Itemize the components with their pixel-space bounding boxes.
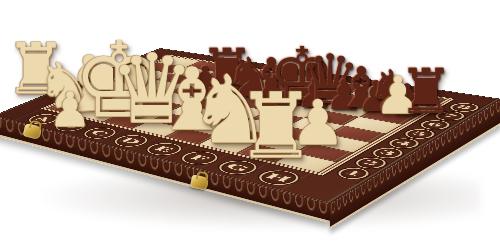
chess-set-photo: ABCDEFGH 87654321 ♟♜♜♞♝♟♚♟♛♞♟♝♟♞♟♝♟♜♚♟♛♝… <box>0 0 500 243</box>
